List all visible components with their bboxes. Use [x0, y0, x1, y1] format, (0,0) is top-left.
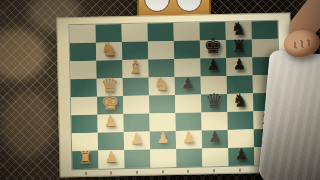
chess-piece-b-K-g6[interactable]: ♚: [203, 36, 222, 57]
square-a5[interactable]: [176, 148, 202, 167]
square-e4[interactable]: ♞: [149, 77, 175, 96]
square-f6[interactable]: ♟: [200, 58, 226, 77]
square-g4[interactable]: [148, 41, 174, 60]
square-b4[interactable]: ♟: [150, 131, 176, 150]
square-h4[interactable]: [147, 23, 173, 42]
square-b5[interactable]: ♟: [176, 130, 202, 149]
square-b6[interactable]: ♟: [202, 130, 228, 149]
square-f7[interactable]: ♟: [226, 57, 252, 76]
sunlight-patch: [2, 92, 54, 158]
clock-dial-right: [176, 0, 202, 12]
board-grid: ♞♞♚♜♝♟♟♛♞♟♚♛♞♟♝♟♟♟♟♜♜♟♟: [70, 21, 281, 169]
chess-piece-w-R-a1[interactable]: ♜: [77, 149, 93, 166]
square-d1[interactable]: [71, 97, 97, 116]
square-d4[interactable]: [149, 95, 175, 114]
square-b3[interactable]: ♟: [124, 132, 150, 151]
square-c2[interactable]: ♟: [97, 114, 123, 133]
square-e3[interactable]: [123, 78, 149, 97]
chess-piece-b-R-g7[interactable]: ♜: [231, 38, 247, 55]
chess-piece-w-N-e4[interactable]: ♞: [154, 75, 171, 93]
square-h5[interactable]: [173, 22, 199, 41]
square-a6[interactable]: [202, 148, 228, 167]
square-d3[interactable]: [123, 96, 149, 115]
chess-piece-w-K-d2[interactable]: ♚: [101, 92, 120, 113]
chess-piece-b-N-h7[interactable]: ♞: [230, 19, 247, 37]
square-g1[interactable]: [70, 43, 96, 62]
square-c7[interactable]: [227, 111, 253, 130]
photo-frame: ♞♞♚♜♝♟♟♛♞♟♚♛♞♟♝♟♟♟♟♜♜♟♟: [0, 0, 320, 180]
chess-piece-w-B-f3[interactable]: ♝: [127, 57, 144, 75]
chess-piece-b-P-f6[interactable]: ♟: [207, 58, 221, 73]
chess-piece-w-N-g2[interactable]: ♞: [101, 40, 118, 58]
square-a7[interactable]: ♟: [228, 147, 254, 166]
chess-piece-b-P-f7[interactable]: ♟: [233, 57, 247, 72]
square-c1[interactable]: [71, 115, 97, 134]
square-f1[interactable]: [70, 61, 96, 80]
square-e1[interactable]: [71, 79, 97, 98]
chess-piece-w-P-b4[interactable]: ♟: [156, 131, 170, 146]
chess-board: ♞♞♚♜♝♟♟♛♞♟♚♛♞♟♝♟♟♟♟♜♜♟♟: [56, 13, 293, 178]
square-a1[interactable]: ♜: [72, 151, 98, 170]
chess-piece-w-P-b5[interactable]: ♟: [182, 130, 196, 145]
square-f3[interactable]: ♝: [122, 60, 148, 79]
square-d5[interactable]: [175, 94, 201, 113]
chess-piece-w-P-c2[interactable]: ♟: [104, 114, 118, 129]
square-h3[interactable]: [122, 24, 148, 43]
chess-piece-b-N-d7[interactable]: ♞: [232, 91, 249, 109]
square-d7[interactable]: ♞: [227, 93, 253, 112]
square-a3[interactable]: [124, 150, 150, 169]
square-h1[interactable]: [70, 25, 96, 44]
square-a2[interactable]: ♟: [98, 150, 124, 169]
square-h8[interactable]: [251, 21, 277, 40]
square-a4[interactable]: [150, 149, 176, 168]
chess-piece-w-P-a2[interactable]: ♟: [104, 150, 118, 165]
chess-piece-b-P-b6[interactable]: ♟: [208, 130, 222, 145]
chess-piece-w-P-b3[interactable]: ♟: [130, 131, 144, 146]
square-g2[interactable]: ♞: [96, 42, 122, 61]
chess-piece-b-Q-d6[interactable]: ♛: [205, 91, 223, 111]
square-d6[interactable]: ♛: [201, 94, 227, 113]
clock-dial-left: [144, 0, 170, 12]
chess-piece-b-P-e5[interactable]: ♟: [181, 76, 195, 91]
chess-piece-b-P-a7[interactable]: ♟: [234, 147, 248, 162]
square-g5[interactable]: [174, 40, 200, 59]
cloth-bag: [258, 50, 320, 180]
square-e5[interactable]: ♟: [175, 76, 201, 95]
